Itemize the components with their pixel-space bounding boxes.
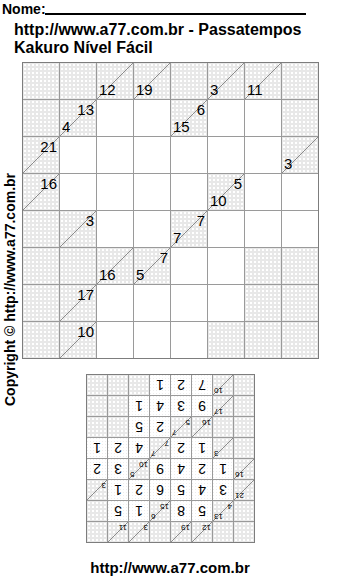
solution-cell-r4c3-entry: 2 [171,438,191,458]
puzzle-cell-r0c3-clue: 19 [134,63,170,99]
solution-cell-r7c5-blocked [129,375,149,395]
solution-digit: 5 [129,417,149,437]
solution-cell-r6c6-blocked [108,396,128,416]
solution-cell-r1c1-clue: 134 [213,501,233,521]
puzzle-cell-r5c4-entry[interactable] [171,248,207,284]
solution-cell-r1c3-entry: 8 [171,501,191,521]
solution-cell-r7c2-entry: 7 [192,375,212,395]
puzzle-cell-r1c1-clue: 134 [60,100,96,136]
puzzle-cell-r5c1-blocked [60,248,96,284]
across-clue: 6 [151,512,155,520]
across-clue: 7 [151,449,155,457]
puzzle-cell-r5c6-blocked [245,248,281,284]
puzzle-cell-r0c7-blocked [282,63,318,99]
down-clue: 3 [210,82,218,97]
solution-cell-r5c1-blocked [213,417,233,437]
solution-cell-r3c2-entry: 2 [192,459,212,479]
puzzle-cell-r2c0-clue: 21 [23,137,59,173]
puzzle-cell-r6c2-entry[interactable] [97,285,133,321]
puzzle-cell-r3c0-clue: 16 [23,174,59,210]
across-clue: 16 [40,176,57,191]
puzzle-cell-r6c5-entry[interactable] [208,285,244,321]
solution-digit: 2 [108,438,128,458]
solution-cell-r1c4-clue: 615 [150,501,170,521]
solution-cell-r4c0-blocked [234,438,254,458]
across-clue: 3 [86,213,94,228]
down-clue: 3 [102,481,106,489]
solution-cell-r2c3-entry: 5 [171,480,191,500]
down-clue: 10 [139,460,148,468]
puzzle-cell-r5c7-blocked [282,248,318,284]
solution-digit: 2 [171,375,191,395]
puzzle-cell-r2c2-entry[interactable] [97,137,133,173]
solution-cell-r3c1-entry: 1 [213,459,233,479]
solution-cell-r2c1-entry: 3 [213,480,233,500]
down-clue: 7 [173,230,181,245]
down-clue: 4 [62,119,70,134]
puzzle-cell-r2c5-entry[interactable] [208,137,244,173]
solution-cell-r7c0-blocked [234,375,254,395]
solution-cell-r1c2-entry: 5 [192,501,212,521]
puzzle-cell-r7c6-blocked [245,322,281,358]
solution-cell-r6c3-entry: 3 [171,396,191,416]
puzzle-cell-r1c2-entry[interactable] [97,100,133,136]
solution-cell-r2c2-entry: 4 [192,480,212,500]
down-clue: 19 [136,82,153,97]
solution-digit: 9 [192,396,212,416]
name-fill-in-line[interactable] [45,13,306,15]
solution-cell-r6c4-entry: 4 [150,396,170,416]
solution-cell-r0c6-clue: 11 [108,522,128,542]
down-clue: 5 [136,267,144,282]
across-clue: 21 [40,139,57,154]
solution-cell-r5c2-clue: 16 [192,417,212,437]
solution-cell-r4c4-clue: 77 [150,438,170,458]
solution-digit: 6 [150,480,170,500]
solution-digit: 1 [129,501,149,521]
solution-cell-r1c6-entry: 5 [108,501,128,521]
solution-cell-r5c0-blocked [234,417,254,437]
down-clue: 15 [173,119,190,134]
down-clue: 19 [181,523,190,531]
across-clue: 10 [214,386,223,394]
puzzle-cell-r6c1-clue: 17 [60,285,96,321]
solution-cell-r5c7-blocked [87,417,107,437]
puzzle-cell-r2c4-entry[interactable] [171,137,207,173]
puzzle-cell-r7c4-entry[interactable] [171,322,207,358]
puzzle-cell-r7c3-entry[interactable] [134,322,170,358]
solution-cell-r4c2-entry: 1 [192,438,212,458]
down-clue: 12 [99,82,116,97]
across-clue: 7 [172,428,176,436]
solution-cell-r5c3-clue: 75 [171,417,191,437]
puzzle-cell-r4c2-entry[interactable] [97,211,133,247]
solution-digit: 3 [171,396,191,416]
solution-digit: 5 [192,501,212,521]
solution-digit: 1 [129,396,149,416]
puzzle-cell-r1c6-entry[interactable] [245,100,281,136]
solution-cell-r2c6-entry: 1 [108,480,128,500]
solution-digit: 2 [192,459,212,479]
solution-digit: 1 [150,375,170,395]
solution-digit: 9 [150,459,170,479]
puzzle-cell-r2c7-clue: 3 [282,137,318,173]
puzzle-cell-r4c3-entry[interactable] [134,211,170,247]
solution-cell-r3c5-clue: 510 [129,459,149,479]
solution-digit: 8 [171,501,191,521]
solution-cell-r3c4-entry: 9 [150,459,170,479]
solution-cell-r0c0-blocked [234,522,254,542]
puzzle-cell-r7c0-blocked [23,322,59,358]
puzzle-cell-r3c6-entry[interactable] [245,174,281,210]
puzzle-cell-r6c3-entry[interactable] [134,285,170,321]
puzzle-cell-r6c0-blocked [23,285,59,321]
down-clue: 10 [210,193,227,208]
down-clue: 7 [165,439,169,447]
solution-cell-r5c6-blocked [108,417,128,437]
puzzle-cell-r3c3-entry[interactable] [134,174,170,210]
solution-cell-r7c4-entry: 1 [150,375,170,395]
solution-cell-r4c5-entry: 4 [129,438,149,458]
solution-digit: 2 [171,438,191,458]
puzzle-cell-r2c6-entry[interactable] [245,137,281,173]
solution-cell-r3c7-entry: 2 [87,459,107,479]
across-clue: 21 [235,491,244,499]
puzzle-cell-r1c4-clue: 615 [171,100,207,136]
puzzle-cell-r0c5-clue: 3 [208,63,244,99]
solution-digit: 2 [87,459,107,479]
puzzle-cell-r6c6-blocked [245,285,281,321]
across-clue: 5 [234,176,242,191]
puzzle-cell-r1c5-entry[interactable] [208,100,244,136]
footer-url: http://www.a77.com.br [0,559,340,576]
across-clue: 5 [130,470,134,478]
across-clue: 17 [214,407,223,415]
puzzle-cell-r4c6-entry[interactable] [245,211,281,247]
down-clue: 12 [202,523,211,531]
solution-cell-r0c3-clue: 19 [171,522,191,542]
solution-digit: 7 [192,375,212,395]
puzzle-cell-r1c7-blocked [282,100,318,136]
puzzle-cell-r5c0-blocked [23,248,59,284]
across-clue: 13 [214,512,223,520]
across-clue: 17 [77,287,94,302]
down-clue: 15 [160,502,169,510]
solution-cell-r0c7-blocked [87,522,107,542]
solution-digit: 2 [150,417,170,437]
puzzle-cell-r0c2-clue: 12 [97,63,133,99]
puzzle-cell-r0c6-clue: 11 [245,63,281,99]
puzzle-cell-r3c5-clue: 510 [208,174,244,210]
solution-cell-r0c1-blocked [213,522,233,542]
puzzle-cell-r4c1-clue: 3 [60,211,96,247]
puzzle-cell-r0c1-blocked [60,63,96,99]
puzzle-cell-r4c7-entry[interactable] [282,211,318,247]
solution-cell-r6c7-blocked [87,396,107,416]
solution-digit: 4 [171,459,191,479]
solution-cell-r7c7-blocked [87,375,107,395]
down-clue: 3 [284,156,292,171]
kakuro-puzzle-grid: 12193111346152131651037716751710 [22,62,319,359]
puzzle-cell-r6c4-entry[interactable] [171,285,207,321]
solution-cell-r3c6-entry: 3 [108,459,128,479]
solution-cell-r4c1-clue: 3 [213,438,233,458]
down-clue: 11 [247,82,263,97]
solution-cell-r6c1-clue: 17 [213,396,233,416]
solution-digit: 1 [87,438,107,458]
puzzle-cell-r1c0-blocked [23,100,59,136]
solution-cell-r4c6-entry: 2 [108,438,128,458]
solution-cell-r0c2-clue: 12 [192,522,212,542]
solution-digit: 4 [192,480,212,500]
puzzle-cell-r0c4-blocked [171,63,207,99]
puzzle-cell-r5c2-clue: 16 [97,248,133,284]
solution-digit: 3 [213,480,233,500]
solution-cell-r1c0-blocked [234,501,254,521]
puzzle-cell-r5c5-entry[interactable] [208,248,244,284]
puzzle-cell-r2c3-entry[interactable] [134,137,170,173]
puzzle-cell-r4c4-clue: 77 [171,211,207,247]
solution-cell-r5c5-entry: 5 [129,417,149,437]
name-label: Nome: [2,1,46,17]
puzzle-cell-r7c1-clue: 10 [60,322,96,358]
solution-cell-r1c7-blocked [87,501,107,521]
puzzle-title: Kakuro Nível Fácil [14,39,153,57]
solution-digit: 3 [108,459,128,479]
solution-cell-r4c7-entry: 1 [87,438,107,458]
solution-cell-r2c7-clue: 3 [87,480,107,500]
solution-cell-r3c3-entry: 4 [171,459,191,479]
down-clue: 5 [186,418,190,426]
puzzle-cell-r1c3-entry[interactable] [134,100,170,136]
down-clue: 16 [99,267,116,282]
puzzle-cell-r5c3-clue: 75 [134,248,170,284]
across-clue: 13 [77,102,94,117]
solution-cell-r6c2-entry: 9 [192,396,212,416]
solution-cell-r7c1-clue: 10 [213,375,233,395]
puzzle-cell-r4c0-blocked [23,211,59,247]
across-clue: 16 [235,470,244,478]
across-clue: 6 [197,102,205,117]
solution-cell-r6c5-entry: 1 [129,396,149,416]
puzzle-cell-r0c0-blocked [23,63,59,99]
solution-digit: 1 [192,438,212,458]
puzzle-cell-r2c1-entry[interactable] [60,137,96,173]
down-clue: 3 [144,523,148,531]
kakuro-solution-grid-rotated-180: 1219311134586151521345621316124951032312… [86,374,255,543]
across-clue: 10 [77,324,94,339]
puzzle-cell-r3c2-entry[interactable] [97,174,133,210]
solution-cell-r2c0-clue: 21 [234,480,254,500]
puzzle-cell-r7c5-blocked [208,322,244,358]
solution-digit: 1 [108,480,128,500]
puzzle-cell-r6c7-blocked [282,285,318,321]
solution-cell-r3c0-clue: 16 [234,459,254,479]
down-clue: 4 [228,502,232,510]
solution-digit: 2 [129,480,149,500]
solution-cell-r2c4-entry: 6 [150,480,170,500]
down-clue: 16 [202,418,211,426]
site-title: http://www.a77.com.br - Passatempos [14,21,301,39]
solution-cell-r7c3-entry: 2 [171,375,191,395]
solution-digit: 4 [150,396,170,416]
puzzle-cell-r7c2-entry[interactable] [97,322,133,358]
solution-digit: 4 [129,438,149,458]
down-clue: 11 [119,523,127,531]
solution-cell-r0c5-clue: 3 [129,522,149,542]
solution-cell-r0c4-blocked [150,522,170,542]
puzzle-cell-r3c1-entry[interactable] [60,174,96,210]
puzzle-cell-r3c7-entry[interactable] [282,174,318,210]
solution-digit: 1 [213,459,233,479]
across-clue: 7 [160,250,168,265]
puzzle-cell-r4c5-entry[interactable] [208,211,244,247]
solution-digit: 5 [171,480,191,500]
solution-cell-r5c4-entry: 2 [150,417,170,437]
solution-cell-r2c5-entry: 2 [129,480,149,500]
solution-cell-r1c5-entry: 1 [129,501,149,521]
solution-cell-r6c0-blocked [234,396,254,416]
across-clue: 7 [197,213,205,228]
across-clue: 3 [214,449,218,457]
solution-cell-r7c6-blocked [108,375,128,395]
solution-digit: 5 [108,501,128,521]
copyright-vertical-text: Copyright © http://www.a77.com.br [2,173,18,406]
puzzle-cell-r7c7-blocked [282,322,318,358]
puzzle-cell-r3c4-entry[interactable] [171,174,207,210]
